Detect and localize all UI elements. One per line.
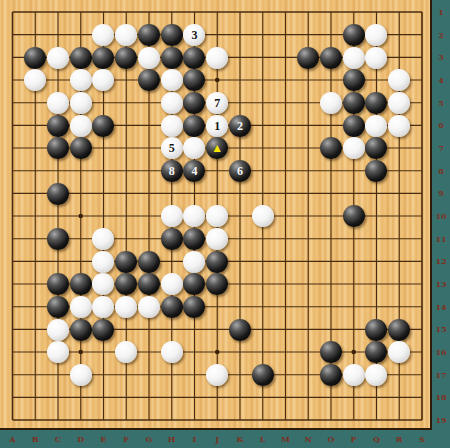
intersection-E9[interactable] — [92, 182, 115, 205]
intersection-F13[interactable] — [115, 273, 138, 296]
intersection-L15[interactable] — [251, 318, 274, 341]
intersection-D17[interactable] — [69, 364, 92, 387]
intersection-R11[interactable] — [388, 228, 411, 251]
intersection-K18[interactable] — [229, 386, 252, 409]
intersection-J11[interactable] — [206, 228, 229, 251]
intersection-Q2[interactable] — [365, 24, 388, 47]
intersection-E15[interactable] — [92, 318, 115, 341]
intersection-H14[interactable] — [160, 296, 183, 319]
intersection-F4[interactable] — [115, 69, 138, 92]
intersection-G9[interactable] — [138, 182, 161, 205]
intersection-G2[interactable] — [138, 24, 161, 47]
intersection-D10[interactable] — [69, 205, 92, 228]
intersection-F8[interactable] — [115, 160, 138, 183]
intersection-O8[interactable] — [320, 160, 343, 183]
intersection-D1[interactable] — [69, 1, 92, 24]
intersection-B12[interactable] — [24, 250, 47, 273]
intersection-S14[interactable] — [411, 296, 434, 319]
intersection-G1[interactable] — [138, 1, 161, 24]
intersection-C13[interactable] — [47, 273, 70, 296]
intersection-M4[interactable] — [274, 69, 297, 92]
intersection-J6[interactable]: 1 — [206, 114, 229, 137]
intersection-R10[interactable] — [388, 205, 411, 228]
intersection-Q1[interactable] — [365, 1, 388, 24]
intersection-E4[interactable] — [92, 69, 115, 92]
intersection-F11[interactable] — [115, 228, 138, 251]
intersection-C18[interactable] — [47, 386, 70, 409]
intersection-C10[interactable] — [47, 205, 70, 228]
intersection-K2[interactable] — [229, 24, 252, 47]
intersection-J3[interactable] — [206, 46, 229, 69]
intersection-G13[interactable] — [138, 273, 161, 296]
intersection-E14[interactable] — [92, 296, 115, 319]
intersection-I17[interactable] — [183, 364, 206, 387]
intersection-E1[interactable] — [92, 1, 115, 24]
intersection-J10[interactable] — [206, 205, 229, 228]
intersection-E12[interactable] — [92, 250, 115, 273]
intersection-S7[interactable] — [411, 137, 434, 160]
intersection-K8[interactable]: 6 — [229, 160, 252, 183]
intersection-P1[interactable] — [342, 1, 365, 24]
intersection-G10[interactable] — [138, 205, 161, 228]
intersection-I2[interactable]: 3 — [183, 24, 206, 47]
intersection-A19[interactable] — [1, 409, 24, 432]
intersection-O4[interactable] — [320, 69, 343, 92]
intersection-N10[interactable] — [297, 205, 320, 228]
intersection-S2[interactable] — [411, 24, 434, 47]
intersection-F2[interactable] — [115, 24, 138, 47]
intersection-S11[interactable] — [411, 228, 434, 251]
intersection-K3[interactable] — [229, 46, 252, 69]
intersection-E13[interactable] — [92, 273, 115, 296]
intersection-E19[interactable] — [92, 409, 115, 432]
intersection-N14[interactable] — [297, 296, 320, 319]
intersection-K5[interactable] — [229, 92, 252, 115]
intersection-O2[interactable] — [320, 24, 343, 47]
intersection-J1[interactable] — [206, 1, 229, 24]
intersection-J9[interactable] — [206, 182, 229, 205]
intersection-I4[interactable] — [183, 69, 206, 92]
intersection-A17[interactable] — [1, 364, 24, 387]
intersection-M10[interactable] — [274, 205, 297, 228]
intersection-G18[interactable] — [138, 386, 161, 409]
intersection-J16[interactable] — [206, 341, 229, 364]
intersection-F9[interactable] — [115, 182, 138, 205]
intersection-J17[interactable] — [206, 364, 229, 387]
intersection-N17[interactable] — [297, 364, 320, 387]
intersection-K16[interactable] — [229, 341, 252, 364]
intersection-M8[interactable] — [274, 160, 297, 183]
intersection-O9[interactable] — [320, 182, 343, 205]
intersection-D9[interactable] — [69, 182, 92, 205]
intersection-B4[interactable] — [24, 69, 47, 92]
intersection-J12[interactable] — [206, 250, 229, 273]
intersection-G11[interactable] — [138, 228, 161, 251]
intersection-R2[interactable] — [388, 24, 411, 47]
intersection-C14[interactable] — [47, 296, 70, 319]
intersection-S5[interactable] — [411, 92, 434, 115]
intersection-D18[interactable] — [69, 386, 92, 409]
intersection-C11[interactable] — [47, 228, 70, 251]
intersection-B7[interactable] — [24, 137, 47, 160]
intersection-S19[interactable] — [411, 409, 434, 432]
intersection-J13[interactable] — [206, 273, 229, 296]
intersection-D16[interactable] — [69, 341, 92, 364]
intersection-R17[interactable] — [388, 364, 411, 387]
intersection-O15[interactable] — [320, 318, 343, 341]
intersection-L12[interactable] — [251, 250, 274, 273]
intersection-H15[interactable] — [160, 318, 183, 341]
intersection-B15[interactable] — [24, 318, 47, 341]
intersection-D14[interactable] — [69, 296, 92, 319]
intersection-H8[interactable]: 8 — [160, 160, 183, 183]
intersection-J19[interactable] — [206, 409, 229, 432]
intersection-S6[interactable] — [411, 114, 434, 137]
intersection-K10[interactable] — [229, 205, 252, 228]
intersection-L9[interactable] — [251, 182, 274, 205]
intersection-M3[interactable] — [274, 46, 297, 69]
intersection-S17[interactable] — [411, 364, 434, 387]
intersection-F19[interactable] — [115, 409, 138, 432]
intersection-M14[interactable] — [274, 296, 297, 319]
intersection-R4[interactable] — [388, 69, 411, 92]
intersection-A9[interactable] — [1, 182, 24, 205]
intersection-R14[interactable] — [388, 296, 411, 319]
intersection-N19[interactable] — [297, 409, 320, 432]
intersection-L19[interactable] — [251, 409, 274, 432]
intersection-I13[interactable] — [183, 273, 206, 296]
intersection-N7[interactable] — [297, 137, 320, 160]
intersection-P3[interactable] — [342, 46, 365, 69]
intersection-L13[interactable] — [251, 273, 274, 296]
intersection-Q12[interactable] — [365, 250, 388, 273]
intersection-S12[interactable] — [411, 250, 434, 273]
intersection-F15[interactable] — [115, 318, 138, 341]
intersection-P2[interactable] — [342, 24, 365, 47]
intersection-B17[interactable] — [24, 364, 47, 387]
intersection-M13[interactable] — [274, 273, 297, 296]
intersection-F6[interactable] — [115, 114, 138, 137]
intersection-K11[interactable] — [229, 228, 252, 251]
intersection-N18[interactable] — [297, 386, 320, 409]
intersection-I19[interactable] — [183, 409, 206, 432]
intersection-A6[interactable] — [1, 114, 24, 137]
intersection-M5[interactable] — [274, 92, 297, 115]
intersection-Q17[interactable] — [365, 364, 388, 387]
intersection-N16[interactable] — [297, 341, 320, 364]
intersection-C6[interactable] — [47, 114, 70, 137]
intersection-Q5[interactable] — [365, 92, 388, 115]
intersection-O13[interactable] — [320, 273, 343, 296]
intersection-C19[interactable] — [47, 409, 70, 432]
intersection-B8[interactable] — [24, 160, 47, 183]
intersection-R12[interactable] — [388, 250, 411, 273]
intersection-H13[interactable] — [160, 273, 183, 296]
intersection-S15[interactable] — [411, 318, 434, 341]
intersection-M9[interactable] — [274, 182, 297, 205]
intersection-P10[interactable] — [342, 205, 365, 228]
intersection-N11[interactable] — [297, 228, 320, 251]
intersection-H9[interactable] — [160, 182, 183, 205]
intersection-O6[interactable] — [320, 114, 343, 137]
intersection-Q14[interactable] — [365, 296, 388, 319]
intersection-B19[interactable] — [24, 409, 47, 432]
intersection-C9[interactable] — [47, 182, 70, 205]
intersection-O5[interactable] — [320, 92, 343, 115]
intersection-E18[interactable] — [92, 386, 115, 409]
intersection-G12[interactable] — [138, 250, 161, 273]
intersection-K12[interactable] — [229, 250, 252, 273]
intersection-R16[interactable] — [388, 341, 411, 364]
intersection-N12[interactable] — [297, 250, 320, 273]
intersection-H17[interactable] — [160, 364, 183, 387]
intersection-K17[interactable] — [229, 364, 252, 387]
intersection-C5[interactable] — [47, 92, 70, 115]
intersection-N3[interactable] — [297, 46, 320, 69]
intersection-I1[interactable] — [183, 1, 206, 24]
intersection-L16[interactable] — [251, 341, 274, 364]
intersection-E17[interactable] — [92, 364, 115, 387]
intersection-M18[interactable] — [274, 386, 297, 409]
intersection-G7[interactable] — [138, 137, 161, 160]
intersection-K14[interactable] — [229, 296, 252, 319]
intersection-O18[interactable] — [320, 386, 343, 409]
intersection-E2[interactable] — [92, 24, 115, 47]
intersection-E10[interactable] — [92, 205, 115, 228]
intersection-K6[interactable]: 2 — [229, 114, 252, 137]
intersection-B11[interactable] — [24, 228, 47, 251]
intersection-J15[interactable] — [206, 318, 229, 341]
intersection-J4[interactable] — [206, 69, 229, 92]
intersection-R6[interactable] — [388, 114, 411, 137]
intersection-E16[interactable] — [92, 341, 115, 364]
intersection-H4[interactable] — [160, 69, 183, 92]
intersection-P18[interactable] — [342, 386, 365, 409]
intersection-Q8[interactable] — [365, 160, 388, 183]
intersection-G16[interactable] — [138, 341, 161, 364]
intersection-B10[interactable] — [24, 205, 47, 228]
intersection-J5[interactable]: 7 — [206, 92, 229, 115]
intersection-O17[interactable] — [320, 364, 343, 387]
intersection-D5[interactable] — [69, 92, 92, 115]
intersection-E7[interactable] — [92, 137, 115, 160]
intersection-O3[interactable] — [320, 46, 343, 69]
intersection-F1[interactable] — [115, 1, 138, 24]
intersection-L7[interactable] — [251, 137, 274, 160]
intersection-P13[interactable] — [342, 273, 365, 296]
intersection-Q4[interactable] — [365, 69, 388, 92]
intersection-E5[interactable] — [92, 92, 115, 115]
intersection-B1[interactable] — [24, 1, 47, 24]
intersection-H10[interactable] — [160, 205, 183, 228]
intersection-F16[interactable] — [115, 341, 138, 364]
intersection-D8[interactable] — [69, 160, 92, 183]
intersection-A14[interactable] — [1, 296, 24, 319]
intersection-R5[interactable] — [388, 92, 411, 115]
intersection-A1[interactable] — [1, 1, 24, 24]
intersection-K4[interactable] — [229, 69, 252, 92]
intersection-K15[interactable] — [229, 318, 252, 341]
intersection-B14[interactable] — [24, 296, 47, 319]
intersection-H7[interactable]: 5 — [160, 137, 183, 160]
intersection-L6[interactable] — [251, 114, 274, 137]
intersection-D3[interactable] — [69, 46, 92, 69]
intersection-D13[interactable] — [69, 273, 92, 296]
intersection-F7[interactable] — [115, 137, 138, 160]
intersection-R7[interactable] — [388, 137, 411, 160]
intersection-P6[interactable] — [342, 114, 365, 137]
intersection-G8[interactable] — [138, 160, 161, 183]
intersection-G4[interactable] — [138, 69, 161, 92]
intersection-B9[interactable] — [24, 182, 47, 205]
intersection-A12[interactable] — [1, 250, 24, 273]
intersection-H19[interactable] — [160, 409, 183, 432]
intersection-R19[interactable] — [388, 409, 411, 432]
intersection-N4[interactable] — [297, 69, 320, 92]
intersection-S13[interactable] — [411, 273, 434, 296]
intersection-Q16[interactable] — [365, 341, 388, 364]
intersection-J18[interactable] — [206, 386, 229, 409]
intersection-P11[interactable] — [342, 228, 365, 251]
intersection-F17[interactable] — [115, 364, 138, 387]
intersection-P5[interactable] — [342, 92, 365, 115]
intersection-I18[interactable] — [183, 386, 206, 409]
intersection-S18[interactable] — [411, 386, 434, 409]
intersection-P15[interactable] — [342, 318, 365, 341]
intersection-A16[interactable] — [1, 341, 24, 364]
intersection-D7[interactable] — [69, 137, 92, 160]
intersection-H2[interactable] — [160, 24, 183, 47]
intersection-G15[interactable] — [138, 318, 161, 341]
intersection-C7[interactable] — [47, 137, 70, 160]
intersection-F10[interactable] — [115, 205, 138, 228]
intersection-R18[interactable] — [388, 386, 411, 409]
intersection-R13[interactable] — [388, 273, 411, 296]
intersection-Q19[interactable] — [365, 409, 388, 432]
intersection-L17[interactable] — [251, 364, 274, 387]
intersection-S3[interactable] — [411, 46, 434, 69]
intersection-I12[interactable] — [183, 250, 206, 273]
intersection-N1[interactable] — [297, 1, 320, 24]
intersection-D4[interactable] — [69, 69, 92, 92]
intersection-O12[interactable] — [320, 250, 343, 273]
intersection-R9[interactable] — [388, 182, 411, 205]
intersection-Q6[interactable] — [365, 114, 388, 137]
intersection-S9[interactable] — [411, 182, 434, 205]
intersection-F5[interactable] — [115, 92, 138, 115]
intersection-J8[interactable] — [206, 160, 229, 183]
intersection-B6[interactable] — [24, 114, 47, 137]
intersection-Q15[interactable] — [365, 318, 388, 341]
intersection-C3[interactable] — [47, 46, 70, 69]
intersection-I10[interactable] — [183, 205, 206, 228]
intersection-N6[interactable] — [297, 114, 320, 137]
intersection-O19[interactable] — [320, 409, 343, 432]
intersection-H3[interactable] — [160, 46, 183, 69]
intersection-L10[interactable] — [251, 205, 274, 228]
intersection-Q3[interactable] — [365, 46, 388, 69]
intersection-R8[interactable] — [388, 160, 411, 183]
intersection-A10[interactable] — [1, 205, 24, 228]
intersection-S1[interactable] — [411, 1, 434, 24]
intersection-Q11[interactable] — [365, 228, 388, 251]
intersection-M1[interactable] — [274, 1, 297, 24]
intersection-I5[interactable] — [183, 92, 206, 115]
intersection-E8[interactable] — [92, 160, 115, 183]
intersection-Q10[interactable] — [365, 205, 388, 228]
intersection-C4[interactable] — [47, 69, 70, 92]
intersection-D11[interactable] — [69, 228, 92, 251]
intersection-I11[interactable] — [183, 228, 206, 251]
intersection-J7[interactable]: ▲ — [206, 137, 229, 160]
intersection-Q18[interactable] — [365, 386, 388, 409]
intersection-K13[interactable] — [229, 273, 252, 296]
intersection-O11[interactable] — [320, 228, 343, 251]
intersection-F14[interactable] — [115, 296, 138, 319]
intersection-H1[interactable] — [160, 1, 183, 24]
intersection-Q13[interactable] — [365, 273, 388, 296]
intersection-G6[interactable] — [138, 114, 161, 137]
intersection-N13[interactable] — [297, 273, 320, 296]
intersection-P7[interactable] — [342, 137, 365, 160]
intersection-M6[interactable] — [274, 114, 297, 137]
intersection-E3[interactable] — [92, 46, 115, 69]
intersection-B3[interactable] — [24, 46, 47, 69]
intersection-H11[interactable] — [160, 228, 183, 251]
intersection-A13[interactable] — [1, 273, 24, 296]
intersection-B13[interactable] — [24, 273, 47, 296]
intersection-Q7[interactable] — [365, 137, 388, 160]
intersection-C1[interactable] — [47, 1, 70, 24]
intersection-K9[interactable] — [229, 182, 252, 205]
intersection-M19[interactable] — [274, 409, 297, 432]
intersection-M16[interactable] — [274, 341, 297, 364]
intersection-D2[interactable] — [69, 24, 92, 47]
intersection-F12[interactable] — [115, 250, 138, 273]
intersection-H16[interactable] — [160, 341, 183, 364]
intersection-P9[interactable] — [342, 182, 365, 205]
intersection-O14[interactable] — [320, 296, 343, 319]
intersection-O10[interactable] — [320, 205, 343, 228]
intersection-N9[interactable] — [297, 182, 320, 205]
intersection-A5[interactable] — [1, 92, 24, 115]
intersection-D19[interactable] — [69, 409, 92, 432]
intersection-I9[interactable] — [183, 182, 206, 205]
intersection-L4[interactable] — [251, 69, 274, 92]
intersection-P12[interactable] — [342, 250, 365, 273]
intersection-A4[interactable] — [1, 69, 24, 92]
intersection-A8[interactable] — [1, 160, 24, 183]
intersection-C2[interactable] — [47, 24, 70, 47]
intersection-M12[interactable] — [274, 250, 297, 273]
intersection-R15[interactable] — [388, 318, 411, 341]
intersection-O7[interactable] — [320, 137, 343, 160]
intersection-I3[interactable] — [183, 46, 206, 69]
intersection-O1[interactable] — [320, 1, 343, 24]
intersection-Q9[interactable] — [365, 182, 388, 205]
intersection-G14[interactable] — [138, 296, 161, 319]
intersection-H5[interactable] — [160, 92, 183, 115]
intersection-C12[interactable] — [47, 250, 70, 273]
intersection-N5[interactable] — [297, 92, 320, 115]
intersection-A7[interactable] — [1, 137, 24, 160]
intersection-I16[interactable] — [183, 341, 206, 364]
intersection-F3[interactable] — [115, 46, 138, 69]
intersection-K19[interactable] — [229, 409, 252, 432]
intersection-I14[interactable] — [183, 296, 206, 319]
intersection-G19[interactable] — [138, 409, 161, 432]
intersection-H12[interactable] — [160, 250, 183, 273]
